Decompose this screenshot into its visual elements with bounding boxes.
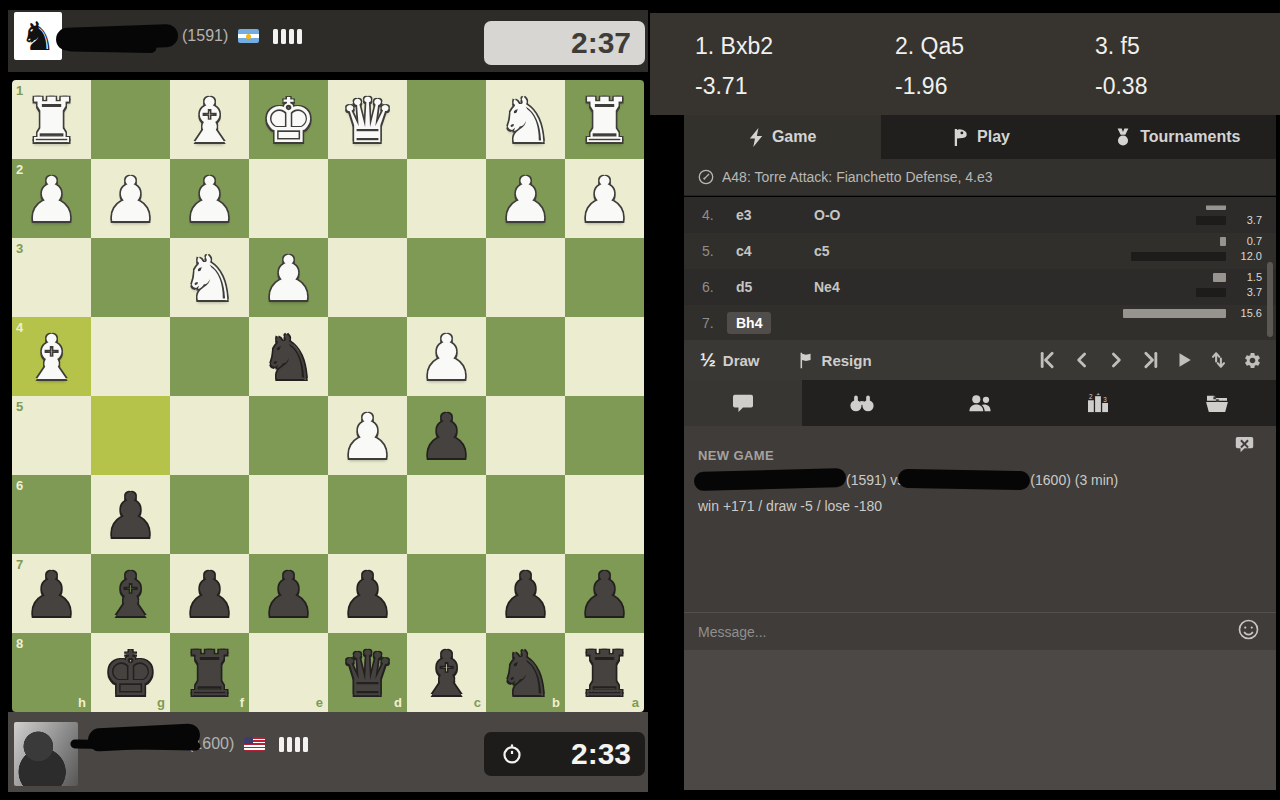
square-f2[interactable]: ♟: [170, 159, 249, 238]
connection-signal-icon: [279, 737, 308, 752]
white-queen[interactable]: ♛: [328, 80, 407, 159]
engine-move: 1. Bxb2: [695, 33, 895, 60]
square-b2[interactable]: ♟: [486, 159, 565, 238]
connection-signal-icon: [273, 29, 302, 44]
time-bar: [1213, 273, 1226, 282]
opponent-name-redaction: [56, 24, 179, 51]
engine-eval: -0.38: [1095, 73, 1280, 100]
medal-icon: [1114, 128, 1132, 147]
black-rook[interactable]: ♜: [565, 633, 644, 712]
white-pawn[interactable]: ♟: [407, 317, 486, 396]
player-avatar[interactable]: [14, 722, 78, 786]
autoplay-button[interactable]: [1172, 348, 1196, 372]
square-c4[interactable]: ♟: [407, 317, 486, 396]
square-f3[interactable]: ♞: [170, 238, 249, 317]
black-pawn[interactable]: ♟: [407, 396, 486, 475]
previous-move-button[interactable]: [1070, 348, 1094, 372]
player-clock-time: 2:33: [571, 737, 631, 771]
square-f6[interactable]: [170, 475, 249, 554]
resign-button[interactable]: Resign: [798, 352, 872, 369]
square-d8[interactable]: d♛: [328, 633, 407, 712]
settings-gear-icon[interactable]: [1240, 348, 1264, 372]
square-g7[interactable]: ♝: [91, 554, 170, 633]
square-a6[interactable]: [565, 475, 644, 554]
time-bar: [1131, 252, 1226, 261]
resign-flag-icon: [798, 352, 815, 369]
square-a8[interactable]: a♜: [565, 633, 644, 712]
square-h6[interactable]: 6: [12, 475, 91, 554]
square-b1[interactable]: ♞: [486, 80, 565, 159]
play-pennant-icon: [950, 128, 969, 147]
square-c7[interactable]: [407, 554, 486, 633]
tab-chat[interactable]: [684, 380, 802, 426]
square-a5[interactable]: [565, 396, 644, 475]
square-e6[interactable]: [249, 475, 328, 554]
square-g5[interactable]: [91, 396, 170, 475]
black-bishop[interactable]: ♝: [407, 633, 486, 712]
square-a3[interactable]: [565, 238, 644, 317]
player-name-redaction: [87, 723, 200, 752]
square-b5[interactable]: [486, 396, 565, 475]
chat-bubble-icon: [732, 393, 754, 413]
timer-icon: [500, 742, 524, 766]
square-b6[interactable]: [486, 475, 565, 554]
move-number: 4.: [702, 207, 736, 223]
white-bishop[interactable]: ♝: [170, 80, 249, 159]
chat-odds-line: win +171 / draw -5 / lose -180: [698, 498, 882, 514]
black-pawn[interactable]: ♟: [565, 554, 644, 633]
square-d4[interactable]: [328, 317, 407, 396]
chat-new-game-header: NEW GAME: [698, 448, 774, 463]
square-c8[interactable]: c♝: [407, 633, 486, 712]
go-to-start-button[interactable]: [1036, 348, 1060, 372]
square-g3[interactable]: [91, 238, 170, 317]
white-pawn[interactable]: ♟: [170, 159, 249, 238]
rating-b-text: (1600) (3 min): [1030, 472, 1118, 488]
square-a4[interactable]: [565, 317, 644, 396]
chat-panel: NEW GAME (1591) vs(1600) (3 min) win +17…: [684, 426, 1276, 612]
message-input-row: Message...: [684, 612, 1276, 650]
square-f4[interactable]: [170, 317, 249, 396]
message-input[interactable]: Message...: [698, 624, 1237, 640]
black-pawn[interactable]: ♟: [328, 554, 407, 633]
square-g8[interactable]: g♚: [91, 633, 170, 712]
binoculars-icon: [849, 393, 875, 413]
square-e3[interactable]: ♟: [249, 238, 328, 317]
move-list-scrollbar[interactable]: [1267, 262, 1273, 337]
black-rook[interactable]: ♜: [170, 633, 249, 712]
square-b8[interactable]: b♞: [486, 633, 565, 712]
svg-text:1: 1: [1097, 393, 1101, 396]
tab-games-archive[interactable]: [1158, 380, 1276, 426]
black-pawn[interactable]: ♟: [91, 475, 170, 554]
chess-board[interactable]: 1♜♝♚♛♞♜2♟♟♟♟♟3♞♟4♝♞♟5♟♟6♟7♟♝♟♟♟♟♟8hg♚f♜e…: [12, 80, 644, 712]
square-d5[interactable]: ♟: [328, 396, 407, 475]
square-h2[interactable]: 2♟: [12, 159, 91, 238]
square-f8[interactable]: f♜: [170, 633, 249, 712]
chat-tabs: 213: [684, 380, 1276, 426]
square-e2[interactable]: [249, 159, 328, 238]
time-bar: [1206, 201, 1226, 210]
main-tabs: Game Play Tournaments: [684, 115, 1276, 159]
square-g1[interactable]: [91, 80, 170, 159]
rank-label: 5: [16, 399, 23, 414]
time-value: 15.6: [1230, 307, 1262, 319]
rank-label: 8: [16, 636, 23, 651]
file-label: e: [316, 695, 323, 710]
move-row: 4.e3O-O3.7: [684, 197, 1276, 233]
svg-text:3: 3: [1104, 396, 1108, 403]
white-king[interactable]: ♚: [249, 80, 328, 159]
tab-game[interactable]: Game: [684, 115, 881, 159]
player-clock: 2:33: [484, 732, 645, 776]
white-rook[interactable]: ♜: [565, 80, 644, 159]
square-e1[interactable]: ♚: [249, 80, 328, 159]
tab-play[interactable]: Play: [881, 115, 1078, 159]
square-c6[interactable]: [407, 475, 486, 554]
square-h1[interactable]: 1♜: [12, 80, 91, 159]
square-h4[interactable]: 4♝: [12, 317, 91, 396]
engine-move: 3. f5: [1095, 33, 1280, 60]
square-d1[interactable]: ♛: [328, 80, 407, 159]
square-a7[interactable]: ♟: [565, 554, 644, 633]
square-h7[interactable]: 7♟: [12, 554, 91, 633]
engine-line-1[interactable]: 1. Bxb2-3.71: [695, 33, 895, 100]
white-knight[interactable]: ♞: [486, 80, 565, 159]
square-d2[interactable]: [328, 159, 407, 238]
argentina-flag-icon: [238, 29, 259, 43]
usa-flag-icon: [244, 737, 265, 751]
square-h8[interactable]: 8h: [12, 633, 91, 712]
time-bar: [1196, 216, 1226, 225]
black-bishop[interactable]: ♝: [91, 554, 170, 633]
opening-info-row[interactable]: A48: Torre Attack: Fianchetto Defense, 4…: [684, 159, 1276, 196]
move-navigation: [1036, 348, 1264, 372]
square-a2[interactable]: ♟: [565, 159, 644, 238]
square-c1[interactable]: [407, 80, 486, 159]
square-c5[interactable]: ♟: [407, 396, 486, 475]
rank-label: 3: [16, 241, 23, 256]
time-value: 1.5: [1230, 271, 1262, 283]
time-bar: [1123, 309, 1226, 318]
tab-game-label: Game: [772, 128, 816, 146]
white-move[interactable]: d5: [736, 279, 814, 295]
engine-eval: -3.71: [695, 73, 895, 100]
black-move[interactable]: Ne4: [814, 279, 892, 295]
square-e4[interactable]: ♞: [249, 317, 328, 396]
white-move[interactable]: Bh4: [736, 315, 814, 331]
flip-board-button[interactable]: [1206, 348, 1230, 372]
rank-label: 6: [16, 478, 23, 493]
square-e8[interactable]: e: [249, 633, 328, 712]
time-value: 0.7: [1230, 235, 1262, 247]
draw-button[interactable]: ½ Draw: [700, 349, 760, 371]
square-d7[interactable]: ♟: [328, 554, 407, 633]
tab-players[interactable]: [921, 380, 1039, 426]
square-f1[interactable]: ♝: [170, 80, 249, 159]
emoji-smiley-icon[interactable]: [1237, 618, 1260, 645]
move-list[interactable]: 4.e3O-O3.75.c4c50.712.06.d5Ne41.53.77.Bh…: [684, 197, 1276, 340]
rating-a-text: (1591) vs: [846, 472, 904, 488]
black-pawn[interactable]: ♟: [12, 554, 91, 633]
next-move-button[interactable]: [1104, 348, 1128, 372]
username-redaction: [898, 469, 1030, 490]
engine-eval: -1.96: [895, 73, 1095, 100]
white-rook[interactable]: ♜: [12, 80, 91, 159]
black-pawn[interactable]: ♟: [486, 554, 565, 633]
black-move[interactable]: O-O: [814, 207, 892, 223]
half-point-icon: ½: [700, 349, 716, 371]
move-times: 15.6: [1112, 305, 1262, 340]
panel-footer-area: [684, 650, 1276, 790]
game-controls: ½ Draw Resign: [684, 340, 1276, 380]
opponent-clock: 2:37: [484, 21, 645, 65]
square-g6[interactable]: ♟: [91, 475, 170, 554]
mute-chat-icon[interactable]: [1235, 436, 1254, 457]
draw-label: Draw: [723, 352, 760, 369]
opening-name: A48: Torre Attack: Fianchetto Defense, 4…: [722, 169, 993, 185]
file-label: h: [78, 695, 86, 710]
opponent-clock-time: 2:37: [571, 26, 631, 60]
white-pawn[interactable]: ♟: [328, 396, 407, 475]
square-b4[interactable]: [486, 317, 565, 396]
svg-text:2: 2: [1090, 393, 1094, 400]
white-pawn[interactable]: ♟: [12, 159, 91, 238]
white-pawn[interactable]: ♟: [249, 238, 328, 317]
square-c2[interactable]: [407, 159, 486, 238]
black-knight[interactable]: ♞: [249, 317, 328, 396]
black-knight[interactable]: ♞: [486, 633, 565, 712]
players-icon: [968, 393, 992, 413]
podium-icon: 213: [1087, 393, 1109, 413]
white-pawn[interactable]: ♟: [91, 159, 170, 238]
black-king[interactable]: ♚: [91, 633, 170, 712]
black-move[interactable]: c5: [814, 243, 892, 259]
opponent-rating: (1591): [182, 27, 228, 45]
tab-play-label: Play: [977, 128, 1010, 146]
square-d6[interactable]: [328, 475, 407, 554]
white-pawn[interactable]: ♟: [565, 159, 644, 238]
engine-suggestions: 1. Bxb2-3.712. Qa5-1.963. f5-0.38: [650, 13, 1280, 115]
tab-tournaments[interactable]: Tournaments: [1079, 115, 1276, 159]
chess-app: ♞ (1591) 2:37 1♜♝♚♛♞♜2♟♟♟♟♟3♞♟4♝♞♟5♟♟6♟7…: [0, 0, 1280, 800]
black-queen[interactable]: ♛: [328, 633, 407, 712]
tab-standings[interactable]: 213: [1039, 380, 1157, 426]
opponent-avatar[interactable]: ♞: [14, 12, 62, 60]
square-b7[interactable]: ♟: [486, 554, 565, 633]
move-times: 3.7: [1112, 197, 1262, 233]
square-g4[interactable]: [91, 317, 170, 396]
opening-book-icon: [698, 169, 714, 185]
time-value: 3.7: [1230, 286, 1262, 298]
square-c3[interactable]: [407, 238, 486, 317]
top-player-bar: ♞ (1591) 2:37: [8, 10, 648, 72]
square-a1[interactable]: ♜: [565, 80, 644, 159]
square-e7[interactable]: ♟: [249, 554, 328, 633]
engine-line-2[interactable]: 2. Qa5-1.96: [895, 33, 1095, 100]
white-knight[interactable]: ♞: [170, 238, 249, 317]
time-value: 3.7: [1230, 214, 1262, 226]
square-b3[interactable]: [486, 238, 565, 317]
square-f7[interactable]: ♟: [170, 554, 249, 633]
tab-spectators[interactable]: [802, 380, 920, 426]
time-value: 12.0: [1230, 250, 1262, 262]
white-move[interactable]: c4: [736, 243, 814, 259]
move-row: 5.c4c50.712.0: [684, 233, 1276, 269]
tab-tournaments-label: Tournaments: [1140, 128, 1240, 146]
move-number: 6.: [702, 279, 736, 295]
games-folder-icon: [1205, 393, 1229, 413]
resign-label: Resign: [822, 352, 872, 369]
engine-lines: 1. Bxb2-3.712. Qa5-1.963. f5-0.38: [695, 33, 1280, 100]
black-pawn[interactable]: ♟: [170, 554, 249, 633]
square-h5[interactable]: 5: [12, 396, 91, 475]
move-row: 7.Bh415.6: [684, 305, 1276, 340]
chat-players-line: (1591) vs(1600) (3 min): [694, 470, 1118, 489]
square-g2[interactable]: ♟: [91, 159, 170, 238]
time-bar: [1220, 237, 1226, 246]
move-row: 6.d5Ne41.53.7: [684, 269, 1276, 305]
white-move[interactable]: e3: [736, 207, 814, 223]
go-to-end-button[interactable]: [1138, 348, 1162, 372]
white-pawn[interactable]: ♟: [486, 159, 565, 238]
square-d3[interactable]: [328, 238, 407, 317]
square-h3[interactable]: 3: [12, 238, 91, 317]
white-bishop[interactable]: ♝: [12, 317, 91, 396]
engine-move: 2. Qa5: [895, 33, 1095, 60]
move-times: 1.53.7: [1112, 269, 1262, 305]
bottom-player-bar: (1600) 2:33: [8, 712, 648, 792]
move-times: 0.712.0: [1112, 233, 1262, 269]
black-pawn[interactable]: ♟: [249, 554, 328, 633]
time-bar: [1196, 288, 1226, 297]
square-f5[interactable]: [170, 396, 249, 475]
engine-line-3[interactable]: 3. f5-0.38: [1095, 33, 1280, 100]
square-e5[interactable]: [249, 396, 328, 475]
username-redaction: [694, 468, 846, 491]
move-number: 5.: [702, 243, 736, 259]
lightning-icon: [749, 128, 764, 147]
